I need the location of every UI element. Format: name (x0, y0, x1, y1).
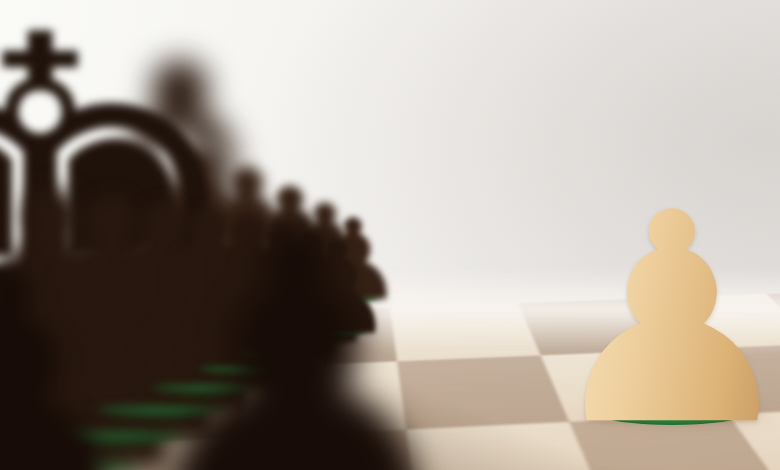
board-square (238, 361, 406, 437)
black-pawn-glyph: ♟ (257, 187, 393, 323)
board-square (390, 303, 541, 361)
piece-black-pawn-rear-4: ♟ (257, 187, 393, 323)
board-square (250, 308, 397, 368)
black-pawn-glyph: ♟ (207, 167, 373, 333)
felt-base (294, 296, 357, 304)
chessboard (0, 290, 780, 470)
board-square (99, 313, 259, 374)
board-square (397, 355, 569, 429)
piece-black-pawn-rear-3: ♟ (207, 167, 373, 333)
chess-photo-scene: Lone white pawn facing the black army ♚♝… (0, 0, 780, 470)
felt-base (327, 294, 379, 301)
board-grid (0, 290, 780, 470)
felt-base (252, 300, 328, 310)
black-pawn-glyph: ♟ (297, 204, 409, 316)
piece-black-pawn-rear-5: ♟ (297, 204, 409, 316)
